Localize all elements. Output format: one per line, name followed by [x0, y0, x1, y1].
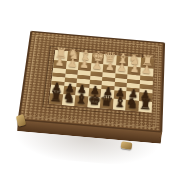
brass-latch-right-icon	[121, 141, 133, 149]
chess-piece-white-p[interactable]: ♟	[129, 63, 140, 75]
chess-piece-white-p[interactable]: ♟	[67, 57, 78, 69]
chess-piece-black-n[interactable]: ♞	[126, 95, 140, 110]
square-r8c8[interactable]: ♜	[138, 101, 151, 113]
chess-piece-white-p[interactable]: ♟	[79, 59, 90, 71]
chess-piece-black-r[interactable]: ♜	[138, 96, 152, 111]
chess-piece-white-p[interactable]: ♟	[142, 64, 153, 76]
chess-board-grid: ♜♞♝♚♛♝♞♜♟♟♟♟♟♟♟♟♟♟♟♟♟♟♟♟♜♞♝♚♛♝♞♜	[48, 49, 139, 112]
square-r8c1[interactable]: ♜	[49, 93, 63, 105]
square-r8c3[interactable]: ♝	[74, 95, 88, 107]
chess-piece-white-p[interactable]: ♟	[55, 56, 66, 68]
square-r8c7[interactable]: ♞	[126, 100, 139, 112]
square-r8c6[interactable]: ♝	[113, 99, 126, 111]
chess-set-product-photo: ♜♞♝♚♛♝♞♜♟♟♟♟♟♟♟♟♟♟♟♟♟♟♟♟♜♞♝♚♛♝♞♜	[0, 0, 180, 180]
chess-piece-white-p[interactable]: ♟	[92, 60, 103, 72]
chess-board-box: ♜♞♝♚♛♝♞♜♟♟♟♟♟♟♟♟♟♟♟♟♟♟♟♟♜♞♝♚♛♝♞♜	[18, 31, 165, 133]
chess-piece-black-r[interactable]: ♜	[49, 89, 63, 104]
square-r8c4[interactable]: ♚	[87, 96, 101, 108]
chess-piece-white-p[interactable]: ♟	[104, 61, 115, 73]
chess-piece-white-p[interactable]: ♟	[117, 62, 128, 74]
chess-piece-black-q[interactable]: ♛	[100, 93, 114, 108]
square-r8c5[interactable]: ♛	[100, 98, 114, 110]
board-tilt-wrapper: ♜♞♝♚♛♝♞♜♟♟♟♟♟♟♟♟♟♟♟♟♟♟♟♟♜♞♝♚♛♝♞♜	[18, 4, 170, 156]
square-r8c2[interactable]: ♞	[62, 94, 76, 106]
chess-piece-black-b[interactable]: ♝	[75, 91, 89, 106]
